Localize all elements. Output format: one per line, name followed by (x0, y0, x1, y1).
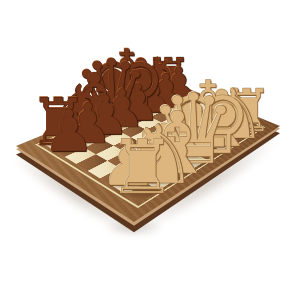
chess-set-photo: ♜♞♝♛♚♝♞♜♟♟♟♟♟♟♟♟♟♟♟♟♟♟♟♟♜♞♝♛♚♝♞♜ (0, 0, 300, 300)
piece-black-pawn: ♟ (43, 102, 95, 160)
piece-white-rook: ♜ (108, 131, 175, 206)
